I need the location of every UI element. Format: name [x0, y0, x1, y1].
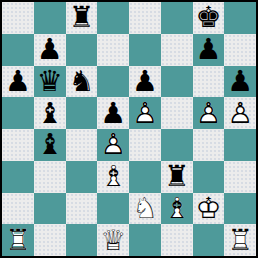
- piece-white-pawn-g5[interactable]: ♟♙: [193, 97, 225, 129]
- black-rook-glyph: ♜: [161, 161, 193, 193]
- piece-black-queen-b6[interactable]: ♛: [34, 66, 66, 98]
- piece-black-rook-c8[interactable]: ♜: [66, 2, 98, 34]
- square-c8[interactable]: ♜: [66, 2, 98, 34]
- piece-white-rook-a1[interactable]: ♜♖: [2, 224, 34, 256]
- square-e3[interactable]: [129, 161, 161, 193]
- piece-white-pawn-h5[interactable]: ♟♙: [224, 97, 256, 129]
- white-bishop-outline: ♗: [97, 161, 129, 193]
- square-g6[interactable]: [193, 66, 225, 98]
- white-rook-outline: ♖: [2, 224, 34, 256]
- square-h7[interactable]: [224, 34, 256, 66]
- square-h6[interactable]: ♟: [224, 66, 256, 98]
- square-d4[interactable]: ♟♙: [97, 129, 129, 161]
- square-g2[interactable]: ♚♔: [193, 193, 225, 225]
- piece-black-pawn-e6[interactable]: ♟: [129, 66, 161, 98]
- square-e4[interactable]: [129, 129, 161, 161]
- square-e6[interactable]: ♟: [129, 66, 161, 98]
- square-b7[interactable]: ♟: [34, 34, 66, 66]
- white-bishop-fill: ♝: [161, 193, 193, 225]
- piece-white-bishop-f2[interactable]: ♝♗: [161, 193, 193, 225]
- white-bishop-outline: ♗: [161, 193, 193, 225]
- square-a3[interactable]: [2, 161, 34, 193]
- chess-diagram: ♜♚♟♟♟♛♞♟♟♝♟♟♙♟♙♟♙♝♟♙♝♗♜♞♘♝♗♚♔♜♖♛♕♜♖: [0, 0, 258, 258]
- square-d6[interactable]: [97, 66, 129, 98]
- square-g1[interactable]: [193, 224, 225, 256]
- square-f2[interactable]: ♝♗: [161, 193, 193, 225]
- square-d8[interactable]: [97, 2, 129, 34]
- piece-black-rook-f3[interactable]: ♜: [161, 161, 193, 193]
- square-d3[interactable]: ♝♗: [97, 161, 129, 193]
- white-pawn-fill: ♟: [129, 97, 161, 129]
- black-bishop-glyph: ♝: [34, 129, 66, 161]
- square-f8[interactable]: [161, 2, 193, 34]
- white-pawn-fill: ♟: [97, 129, 129, 161]
- square-c3[interactable]: [66, 161, 98, 193]
- piece-black-knight-c6[interactable]: ♞: [66, 66, 98, 98]
- black-bishop-glyph: ♝: [34, 97, 66, 129]
- piece-black-pawn-g7[interactable]: ♟: [193, 34, 225, 66]
- square-d7[interactable]: [97, 34, 129, 66]
- square-h3[interactable]: [224, 161, 256, 193]
- piece-black-pawn-h6[interactable]: ♟: [224, 66, 256, 98]
- square-a1[interactable]: ♜♖: [2, 224, 34, 256]
- white-rook-outline: ♖: [224, 224, 256, 256]
- piece-white-king-g2[interactable]: ♚♔: [193, 193, 225, 225]
- square-c2[interactable]: [66, 193, 98, 225]
- square-d1[interactable]: ♛♕: [97, 224, 129, 256]
- white-pawn-outline: ♙: [224, 97, 256, 129]
- white-knight-fill: ♞: [129, 193, 161, 225]
- square-d5[interactable]: ♟: [97, 97, 129, 129]
- square-e5[interactable]: ♟♙: [129, 97, 161, 129]
- square-e2[interactable]: ♞♘: [129, 193, 161, 225]
- black-queen-glyph: ♛: [34, 66, 66, 98]
- square-a2[interactable]: [2, 193, 34, 225]
- white-pawn-fill: ♟: [224, 97, 256, 129]
- square-e1[interactable]: [129, 224, 161, 256]
- square-b6[interactable]: ♛: [34, 66, 66, 98]
- square-a5[interactable]: [2, 97, 34, 129]
- piece-black-pawn-d5[interactable]: ♟: [97, 97, 129, 129]
- square-c6[interactable]: ♞: [66, 66, 98, 98]
- square-a8[interactable]: [2, 2, 34, 34]
- white-pawn-outline: ♙: [193, 97, 225, 129]
- piece-black-bishop-b5[interactable]: ♝: [34, 97, 66, 129]
- square-b4[interactable]: ♝: [34, 129, 66, 161]
- square-c5[interactable]: [66, 97, 98, 129]
- white-rook-fill: ♜: [2, 224, 34, 256]
- white-pawn-outline: ♙: [129, 97, 161, 129]
- black-pawn-glyph: ♟: [97, 97, 129, 129]
- square-a6[interactable]: ♟: [2, 66, 34, 98]
- square-h8[interactable]: [224, 2, 256, 34]
- square-f3[interactable]: ♜: [161, 161, 193, 193]
- square-d2[interactable]: [97, 193, 129, 225]
- black-pawn-glyph: ♟: [2, 66, 34, 98]
- square-f4[interactable]: [161, 129, 193, 161]
- piece-white-queen-d1[interactable]: ♛♕: [97, 224, 129, 256]
- white-rook-fill: ♜: [224, 224, 256, 256]
- square-e7[interactable]: [129, 34, 161, 66]
- piece-black-pawn-b7[interactable]: ♟: [34, 34, 66, 66]
- square-f7[interactable]: [161, 34, 193, 66]
- black-pawn-glyph: ♟: [193, 34, 225, 66]
- white-pawn-outline: ♙: [97, 129, 129, 161]
- square-b8[interactable]: [34, 2, 66, 34]
- piece-white-knight-e2[interactable]: ♞♘: [129, 193, 161, 225]
- black-king-glyph: ♚: [193, 2, 225, 34]
- white-king-fill: ♚: [193, 193, 225, 225]
- square-b2[interactable]: [34, 193, 66, 225]
- square-h4[interactable]: [224, 129, 256, 161]
- square-g5[interactable]: ♟♙: [193, 97, 225, 129]
- square-g7[interactable]: ♟: [193, 34, 225, 66]
- square-f5[interactable]: [161, 97, 193, 129]
- square-b3[interactable]: [34, 161, 66, 193]
- square-h2[interactable]: [224, 193, 256, 225]
- square-f1[interactable]: [161, 224, 193, 256]
- piece-white-pawn-e5[interactable]: ♟♙: [129, 97, 161, 129]
- white-knight-outline: ♘: [129, 193, 161, 225]
- square-c1[interactable]: [66, 224, 98, 256]
- white-bishop-fill: ♝: [97, 161, 129, 193]
- piece-black-king-g8[interactable]: ♚: [193, 2, 225, 34]
- white-king-outline: ♔: [193, 193, 225, 225]
- white-queen-outline: ♕: [97, 224, 129, 256]
- black-rook-glyph: ♜: [66, 2, 98, 34]
- square-f6[interactable]: [161, 66, 193, 98]
- black-knight-glyph: ♞: [66, 66, 98, 98]
- piece-white-pawn-d4[interactable]: ♟♙: [97, 129, 129, 161]
- piece-black-pawn-a6[interactable]: ♟: [2, 66, 34, 98]
- piece-white-bishop-d3[interactable]: ♝♗: [97, 161, 129, 193]
- square-g8[interactable]: ♚: [193, 2, 225, 34]
- black-pawn-glyph: ♟: [224, 66, 256, 98]
- square-g3[interactable]: [193, 161, 225, 193]
- piece-black-bishop-b4[interactable]: ♝: [34, 129, 66, 161]
- square-g4[interactable]: [193, 129, 225, 161]
- white-queen-fill: ♛: [97, 224, 129, 256]
- square-c4[interactable]: [66, 129, 98, 161]
- black-pawn-glyph: ♟: [34, 34, 66, 66]
- square-c7[interactable]: [66, 34, 98, 66]
- square-b5[interactable]: ♝: [34, 97, 66, 129]
- square-a4[interactable]: [2, 129, 34, 161]
- square-a7[interactable]: [2, 34, 34, 66]
- square-b1[interactable]: [34, 224, 66, 256]
- chess-board: ♜♚♟♟♟♛♞♟♟♝♟♟♙♟♙♟♙♝♟♙♝♗♜♞♘♝♗♚♔♜♖♛♕♜♖: [0, 0, 258, 258]
- piece-white-rook-h1[interactable]: ♜♖: [224, 224, 256, 256]
- white-pawn-fill: ♟: [193, 97, 225, 129]
- square-h5[interactable]: ♟♙: [224, 97, 256, 129]
- black-pawn-glyph: ♟: [129, 66, 161, 98]
- square-h1[interactable]: ♜♖: [224, 224, 256, 256]
- square-e8[interactable]: [129, 2, 161, 34]
